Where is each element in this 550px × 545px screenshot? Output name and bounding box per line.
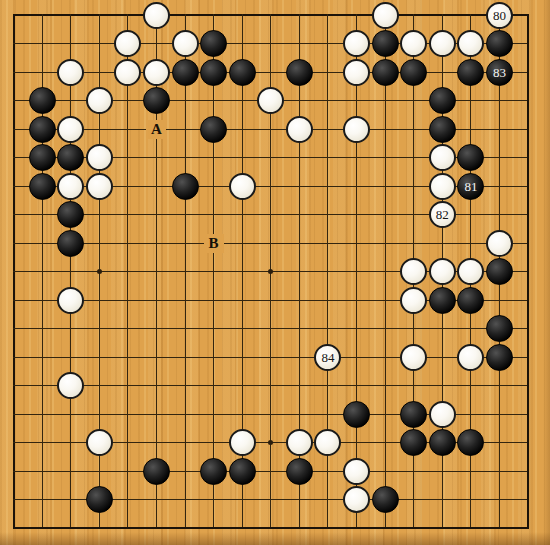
black-stone xyxy=(400,59,427,86)
black-stone xyxy=(200,116,227,143)
white-stone xyxy=(343,486,370,513)
black-stone xyxy=(286,59,313,86)
white-stone xyxy=(57,287,84,314)
white-stone xyxy=(429,258,456,285)
black-stone xyxy=(200,458,227,485)
grid-line-horizontal-12 xyxy=(13,357,530,358)
white-stone xyxy=(314,429,341,456)
white-stone xyxy=(343,458,370,485)
black-stone xyxy=(172,59,199,86)
black-stone xyxy=(486,258,513,285)
black-stone xyxy=(429,116,456,143)
black-stone xyxy=(172,173,199,200)
grid-line-horizontal-16 xyxy=(13,471,530,472)
black-stone xyxy=(200,59,227,86)
black-stone xyxy=(429,87,456,114)
white-stone xyxy=(143,59,170,86)
white-stone xyxy=(257,87,284,114)
white-stone xyxy=(286,116,313,143)
black-stone xyxy=(29,116,56,143)
white-stone xyxy=(429,173,456,200)
black-stone xyxy=(286,458,313,485)
white-stone xyxy=(486,230,513,257)
black-stone xyxy=(486,30,513,57)
white-stone xyxy=(86,144,113,171)
black-stone xyxy=(143,87,170,114)
grid-line-vertical-13 xyxy=(385,14,386,529)
white-stone xyxy=(286,429,313,456)
white-stone xyxy=(457,258,484,285)
black-stone xyxy=(372,30,399,57)
white-stone xyxy=(343,59,370,86)
white-stone xyxy=(86,87,113,114)
black-stone xyxy=(457,429,484,456)
black-stone xyxy=(400,401,427,428)
label-A: A xyxy=(146,120,166,139)
black-stone xyxy=(486,315,513,342)
black-stone xyxy=(143,458,170,485)
black-stone-81: 81 xyxy=(457,173,484,200)
white-stone xyxy=(343,116,370,143)
black-stone xyxy=(429,287,456,314)
move-number: 81 xyxy=(464,180,477,193)
black-stone-83: 83 xyxy=(486,59,513,86)
white-stone xyxy=(57,173,84,200)
black-stone xyxy=(57,144,84,171)
white-stone-84: 84 xyxy=(314,344,341,371)
black-stone xyxy=(29,87,56,114)
white-stone xyxy=(429,144,456,171)
star-point xyxy=(268,440,273,445)
black-stone xyxy=(457,287,484,314)
white-stone-82: 82 xyxy=(429,201,456,228)
black-stone xyxy=(457,59,484,86)
move-number: 80 xyxy=(493,9,506,22)
black-stone xyxy=(57,201,84,228)
black-stone xyxy=(372,59,399,86)
white-stone xyxy=(429,401,456,428)
white-stone xyxy=(172,30,199,57)
white-stone xyxy=(457,344,484,371)
black-stone xyxy=(86,486,113,513)
black-stone xyxy=(29,173,56,200)
black-stone xyxy=(372,486,399,513)
white-stone xyxy=(229,429,256,456)
white-stone xyxy=(429,30,456,57)
white-stone xyxy=(400,258,427,285)
black-stone xyxy=(400,429,427,456)
black-stone xyxy=(229,59,256,86)
move-number: 83 xyxy=(493,66,506,79)
black-stone xyxy=(343,401,370,428)
grid-line-horizontal-11 xyxy=(13,328,530,329)
white-stone xyxy=(372,2,399,29)
white-stone xyxy=(86,173,113,200)
star-point xyxy=(97,269,102,274)
move-number: 82 xyxy=(436,208,449,221)
black-stone xyxy=(29,144,56,171)
star-point xyxy=(268,269,273,274)
white-stone xyxy=(400,30,427,57)
black-stone xyxy=(486,344,513,371)
black-stone xyxy=(229,458,256,485)
black-stone xyxy=(457,144,484,171)
go-board[interactable]: 8083818284AB xyxy=(0,0,550,545)
black-stone xyxy=(429,429,456,456)
black-stone xyxy=(200,30,227,57)
white-stone xyxy=(143,2,170,29)
white-stone xyxy=(114,30,141,57)
board-edge-shadow-bottom xyxy=(0,532,550,545)
grid-line-horizontal-18 xyxy=(13,527,530,529)
white-stone xyxy=(400,287,427,314)
white-stone xyxy=(86,429,113,456)
black-stone xyxy=(57,230,84,257)
white-stone-80: 80 xyxy=(486,2,513,29)
move-number: 84 xyxy=(321,351,334,364)
grid-line-vertical-18 xyxy=(527,14,529,529)
white-stone xyxy=(57,116,84,143)
white-stone xyxy=(57,59,84,86)
grid-line-horizontal-13 xyxy=(13,385,530,386)
white-stone xyxy=(457,30,484,57)
white-stone xyxy=(343,30,370,57)
label-B: B xyxy=(204,234,224,253)
white-stone xyxy=(114,59,141,86)
white-stone xyxy=(400,344,427,371)
white-stone xyxy=(229,173,256,200)
white-stone xyxy=(57,372,84,399)
grid-line-vertical-12 xyxy=(356,14,357,529)
board-edge-shadow-right xyxy=(543,0,550,545)
